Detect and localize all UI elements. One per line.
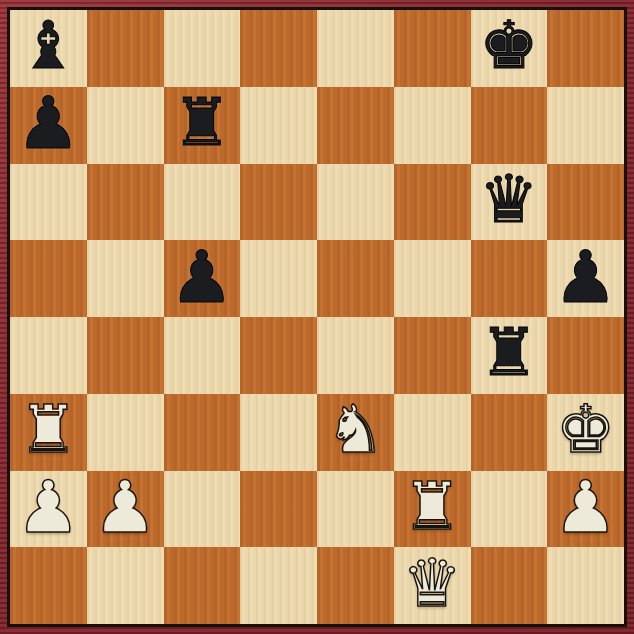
square-a6[interactable] bbox=[10, 164, 87, 241]
square-c1[interactable] bbox=[164, 547, 241, 624]
square-c6[interactable] bbox=[164, 164, 241, 241]
square-g7[interactable] bbox=[471, 87, 548, 164]
square-d1[interactable] bbox=[240, 547, 317, 624]
square-g5[interactable] bbox=[471, 240, 548, 317]
square-a5[interactable] bbox=[10, 240, 87, 317]
square-a7[interactable]: ♟ bbox=[10, 87, 87, 164]
square-h6[interactable] bbox=[547, 164, 624, 241]
square-g6[interactable]: ♛ bbox=[471, 164, 548, 241]
chess-board: ♝♚♟♜♛♟♟♜♜♞♚♟♟♜♟♛ bbox=[10, 10, 624, 624]
white-king[interactable]: ♚ bbox=[556, 397, 615, 463]
square-b5[interactable] bbox=[87, 240, 164, 317]
square-e8[interactable] bbox=[317, 10, 394, 87]
black-rook[interactable]: ♜ bbox=[172, 90, 231, 156]
square-f4[interactable] bbox=[394, 317, 471, 394]
black-pawn[interactable]: ♟ bbox=[553, 241, 618, 313]
square-c7[interactable]: ♜ bbox=[164, 87, 241, 164]
square-c3[interactable] bbox=[164, 394, 241, 471]
square-h3[interactable]: ♚ bbox=[547, 394, 624, 471]
square-e2[interactable] bbox=[317, 471, 394, 548]
square-b4[interactable] bbox=[87, 317, 164, 394]
square-g8[interactable]: ♚ bbox=[471, 10, 548, 87]
square-a4[interactable] bbox=[10, 317, 87, 394]
board-frame: ♝♚♟♜♛♟♟♜♜♞♚♟♟♜♟♛ bbox=[0, 0, 634, 634]
square-h2[interactable]: ♟ bbox=[547, 471, 624, 548]
square-f7[interactable] bbox=[394, 87, 471, 164]
square-e6[interactable] bbox=[317, 164, 394, 241]
square-b2[interactable]: ♟ bbox=[87, 471, 164, 548]
square-b1[interactable] bbox=[87, 547, 164, 624]
square-d8[interactable] bbox=[240, 10, 317, 87]
square-e4[interactable] bbox=[317, 317, 394, 394]
square-e1[interactable] bbox=[317, 547, 394, 624]
square-d5[interactable] bbox=[240, 240, 317, 317]
square-g1[interactable] bbox=[471, 547, 548, 624]
square-a8[interactable]: ♝ bbox=[10, 10, 87, 87]
white-pawn[interactable]: ♟ bbox=[93, 471, 158, 543]
square-b3[interactable] bbox=[87, 394, 164, 471]
black-king[interactable]: ♚ bbox=[479, 13, 538, 79]
square-g3[interactable] bbox=[471, 394, 548, 471]
square-g2[interactable] bbox=[471, 471, 548, 548]
square-d4[interactable] bbox=[240, 317, 317, 394]
square-e7[interactable] bbox=[317, 87, 394, 164]
square-h7[interactable] bbox=[547, 87, 624, 164]
square-h4[interactable] bbox=[547, 317, 624, 394]
board-inner-border: ♝♚♟♜♛♟♟♜♜♞♚♟♟♜♟♛ bbox=[7, 7, 627, 627]
square-f2[interactable]: ♜ bbox=[394, 471, 471, 548]
square-b8[interactable] bbox=[87, 10, 164, 87]
white-pawn[interactable]: ♟ bbox=[16, 471, 81, 543]
square-f5[interactable] bbox=[394, 240, 471, 317]
square-b7[interactable] bbox=[87, 87, 164, 164]
square-f6[interactable] bbox=[394, 164, 471, 241]
square-d2[interactable] bbox=[240, 471, 317, 548]
black-rook[interactable]: ♜ bbox=[479, 320, 538, 386]
square-c8[interactable] bbox=[164, 10, 241, 87]
square-b6[interactable] bbox=[87, 164, 164, 241]
square-f1[interactable]: ♛ bbox=[394, 547, 471, 624]
black-pawn[interactable]: ♟ bbox=[16, 87, 81, 159]
square-c5[interactable]: ♟ bbox=[164, 240, 241, 317]
square-e5[interactable] bbox=[317, 240, 394, 317]
black-queen[interactable]: ♛ bbox=[479, 167, 538, 233]
square-d3[interactable] bbox=[240, 394, 317, 471]
square-h5[interactable]: ♟ bbox=[547, 240, 624, 317]
white-queen[interactable]: ♛ bbox=[403, 551, 462, 617]
square-c2[interactable] bbox=[164, 471, 241, 548]
white-knight[interactable]: ♞ bbox=[326, 397, 385, 463]
square-c4[interactable] bbox=[164, 317, 241, 394]
square-f8[interactable] bbox=[394, 10, 471, 87]
white-rook[interactable]: ♜ bbox=[19, 397, 78, 463]
square-a1[interactable] bbox=[10, 547, 87, 624]
square-d7[interactable] bbox=[240, 87, 317, 164]
square-a2[interactable]: ♟ bbox=[10, 471, 87, 548]
square-a3[interactable]: ♜ bbox=[10, 394, 87, 471]
square-e3[interactable]: ♞ bbox=[317, 394, 394, 471]
square-g4[interactable]: ♜ bbox=[471, 317, 548, 394]
square-f3[interactable] bbox=[394, 394, 471, 471]
square-h1[interactable] bbox=[547, 547, 624, 624]
white-pawn[interactable]: ♟ bbox=[553, 471, 618, 543]
square-d6[interactable] bbox=[240, 164, 317, 241]
black-pawn[interactable]: ♟ bbox=[170, 241, 235, 313]
square-h8[interactable] bbox=[547, 10, 624, 87]
black-bishop[interactable]: ♝ bbox=[19, 13, 78, 79]
white-rook[interactable]: ♜ bbox=[403, 474, 462, 540]
